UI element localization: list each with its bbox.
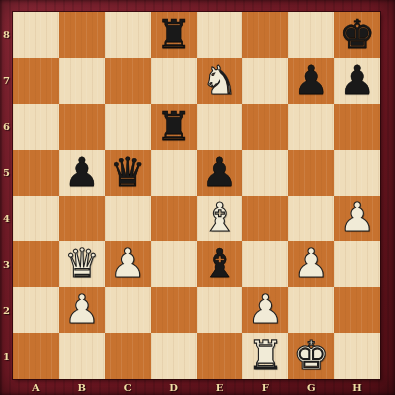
square-a6[interactable] xyxy=(13,104,59,150)
rank-label-6: 6 xyxy=(0,104,13,150)
square-b6[interactable] xyxy=(59,104,105,150)
square-d2[interactable] xyxy=(151,287,197,333)
square-a3[interactable] xyxy=(13,241,59,287)
file-label-c: C xyxy=(105,379,151,395)
black-king-h8[interactable]: ♚ xyxy=(339,14,375,54)
rank-label-7: 7 xyxy=(0,58,13,104)
file-label-a: A xyxy=(13,379,59,395)
square-d3[interactable] xyxy=(151,241,197,287)
black-queen-c5[interactable]: ♛ xyxy=(110,152,146,192)
square-f4[interactable] xyxy=(242,196,288,242)
square-f8[interactable] xyxy=(242,12,288,58)
square-f1[interactable]: ♜ xyxy=(242,333,288,379)
square-e3[interactable]: ♝ xyxy=(197,241,243,287)
square-c7[interactable] xyxy=(105,58,151,104)
file-label-h: H xyxy=(334,379,380,395)
file-label-b: B xyxy=(59,379,105,395)
rank-label-2: 2 xyxy=(0,287,13,333)
white-pawn-g3[interactable]: ♟ xyxy=(293,243,329,283)
square-h2[interactable] xyxy=(334,287,380,333)
white-rook-f1[interactable]: ♜ xyxy=(247,335,283,375)
chess-diagram: 87654321 ♜♚♞♟♟♜♟♛♟♝♟♛♟♝♟♟♟♜♚ ABCDEFGH xyxy=(0,0,395,395)
square-a4[interactable] xyxy=(13,196,59,242)
square-e4[interactable]: ♝ xyxy=(197,196,243,242)
square-h4[interactable]: ♟ xyxy=(334,196,380,242)
white-pawn-c3[interactable]: ♟ xyxy=(110,243,146,283)
square-h1[interactable] xyxy=(334,333,380,379)
black-pawn-e5[interactable]: ♟ xyxy=(202,152,238,192)
square-a1[interactable] xyxy=(13,333,59,379)
square-a7[interactable] xyxy=(13,58,59,104)
square-f7[interactable] xyxy=(242,58,288,104)
square-h8[interactable]: ♚ xyxy=(334,12,380,58)
white-pawn-b2[interactable]: ♟ xyxy=(64,289,100,329)
square-d7[interactable] xyxy=(151,58,197,104)
white-knight-e7[interactable]: ♞ xyxy=(202,60,238,100)
square-c5[interactable]: ♛ xyxy=(105,150,151,196)
square-c2[interactable] xyxy=(105,287,151,333)
white-king-g1[interactable]: ♚ xyxy=(293,335,329,375)
square-h3[interactable] xyxy=(334,241,380,287)
rank-label-1: 1 xyxy=(0,333,13,379)
black-pawn-g7[interactable]: ♟ xyxy=(293,60,329,100)
square-g6[interactable] xyxy=(288,104,334,150)
white-pawn-f2[interactable]: ♟ xyxy=(247,289,283,329)
square-d1[interactable] xyxy=(151,333,197,379)
square-e2[interactable] xyxy=(197,287,243,333)
rank-label-8: 8 xyxy=(0,12,13,58)
square-g2[interactable] xyxy=(288,287,334,333)
square-c1[interactable] xyxy=(105,333,151,379)
square-b5[interactable]: ♟ xyxy=(59,150,105,196)
square-f3[interactable] xyxy=(242,241,288,287)
square-f2[interactable]: ♟ xyxy=(242,287,288,333)
square-e1[interactable] xyxy=(197,333,243,379)
square-b8[interactable] xyxy=(59,12,105,58)
rank-label-3: 3 xyxy=(0,241,13,287)
square-h7[interactable]: ♟ xyxy=(334,58,380,104)
square-c4[interactable] xyxy=(105,196,151,242)
square-b3[interactable]: ♛ xyxy=(59,241,105,287)
rank-label-4: 4 xyxy=(0,196,13,242)
square-d6[interactable]: ♜ xyxy=(151,104,197,150)
square-g1[interactable]: ♚ xyxy=(288,333,334,379)
square-e7[interactable]: ♞ xyxy=(197,58,243,104)
rank-label-5: 5 xyxy=(0,150,13,196)
square-d4[interactable] xyxy=(151,196,197,242)
black-pawn-b5[interactable]: ♟ xyxy=(64,152,100,192)
square-e6[interactable] xyxy=(197,104,243,150)
white-queen-b3[interactable]: ♛ xyxy=(64,243,100,283)
square-g4[interactable] xyxy=(288,196,334,242)
file-label-f: F xyxy=(242,379,288,395)
black-rook-d8[interactable]: ♜ xyxy=(156,14,192,54)
square-g3[interactable]: ♟ xyxy=(288,241,334,287)
white-bishop-e4[interactable]: ♝ xyxy=(202,197,238,237)
square-d5[interactable] xyxy=(151,150,197,196)
square-d8[interactable]: ♜ xyxy=(151,12,197,58)
square-c3[interactable]: ♟ xyxy=(105,241,151,287)
square-b7[interactable] xyxy=(59,58,105,104)
square-h5[interactable] xyxy=(334,150,380,196)
square-e5[interactable]: ♟ xyxy=(197,150,243,196)
square-b4[interactable] xyxy=(59,196,105,242)
square-f6[interactable] xyxy=(242,104,288,150)
square-g7[interactable]: ♟ xyxy=(288,58,334,104)
file-label-d: D xyxy=(151,379,197,395)
black-rook-d6[interactable]: ♜ xyxy=(156,106,192,146)
black-pawn-h7[interactable]: ♟ xyxy=(339,60,375,100)
square-b1[interactable] xyxy=(59,333,105,379)
square-g5[interactable] xyxy=(288,150,334,196)
square-a8[interactable] xyxy=(13,12,59,58)
black-bishop-e3[interactable]: ♝ xyxy=(202,243,238,283)
square-h6[interactable] xyxy=(334,104,380,150)
square-a2[interactable] xyxy=(13,287,59,333)
white-pawn-h4[interactable]: ♟ xyxy=(339,197,375,237)
file-label-e: E xyxy=(197,379,243,395)
rank-labels: 87654321 xyxy=(0,12,13,379)
square-c6[interactable] xyxy=(105,104,151,150)
square-g8[interactable] xyxy=(288,12,334,58)
file-labels: ABCDEFGH xyxy=(13,379,380,395)
square-b2[interactable]: ♟ xyxy=(59,287,105,333)
square-c8[interactable] xyxy=(105,12,151,58)
square-a5[interactable] xyxy=(13,150,59,196)
chess-board: ♜♚♞♟♟♜♟♛♟♝♟♛♟♝♟♟♟♜♚ xyxy=(13,12,380,379)
square-f5[interactable] xyxy=(242,150,288,196)
file-label-g: G xyxy=(288,379,334,395)
square-e8[interactable] xyxy=(197,12,243,58)
